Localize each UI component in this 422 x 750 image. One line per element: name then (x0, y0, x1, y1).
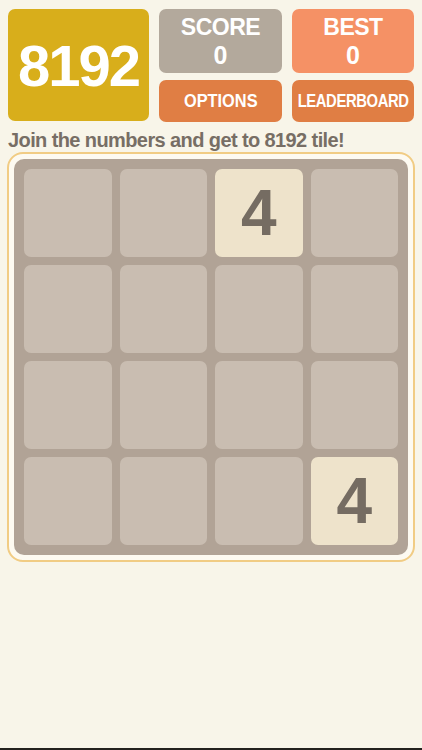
grid-cell (215, 457, 303, 545)
grid-cell (215, 361, 303, 449)
grid-cell (215, 265, 303, 353)
grid-cell (120, 265, 208, 353)
score-value: 0 (214, 41, 228, 70)
best-label: BEST (323, 14, 382, 40)
grid-cell (24, 361, 112, 449)
best-box: BEST 0 (292, 9, 414, 73)
score-box: SCORE 0 (159, 9, 282, 73)
grid-cell (120, 169, 208, 257)
options-button-label: OPTIONS (184, 90, 258, 112)
best-value: 0 (346, 41, 360, 70)
leaderboard-button-label: LEADERBOARD (298, 90, 409, 112)
grid-cell (24, 265, 112, 353)
tile-4: 4 (311, 457, 399, 545)
grid-cell (311, 169, 399, 257)
grid-cell (24, 457, 112, 545)
tile-4: 4 (215, 169, 303, 257)
game-board[interactable]: 44 (14, 159, 408, 555)
grid-cell (120, 457, 208, 545)
grid-cell (120, 361, 208, 449)
leaderboard-button[interactable]: LEADERBOARD (292, 80, 414, 122)
grid-cell (311, 265, 399, 353)
board-frame: 44 (7, 152, 415, 562)
grid-cell (24, 169, 112, 257)
game-screen: 8192 SCORE 0 BEST 0 OPTIONS LEADERBOARD … (0, 0, 422, 750)
grid-cell (311, 361, 399, 449)
goal-tile-label: 8192 (18, 32, 139, 99)
goal-tile-8192: 8192 (8, 9, 149, 121)
options-button[interactable]: OPTIONS (159, 80, 282, 122)
tagline: Join the numbers and get to 8192 tile! (8, 128, 418, 152)
score-label: SCORE (181, 14, 260, 40)
